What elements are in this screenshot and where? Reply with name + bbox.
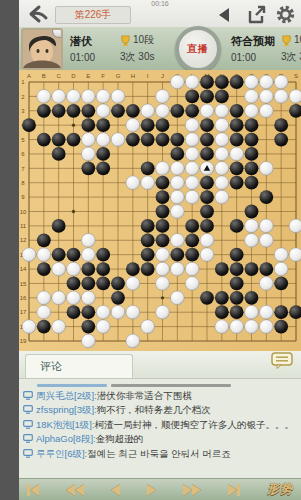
comment-list[interactable]: 周兴毛总[2级]:潜伏你非常适合下围棋zfsspring[3级]:狗不行，和特务…	[19, 379, 301, 478]
black-player-info: 符合预期 01:00	[231, 34, 279, 63]
white-stone-indicator	[52, 28, 63, 38]
live-badge[interactable]: 直播	[175, 26, 221, 72]
comment-user: 周兴毛总[2级]:	[36, 390, 97, 401]
svg-text:I: I	[147, 73, 149, 79]
svg-text:7: 7	[21, 166, 25, 172]
comment-text: 狗不行，和特务差几个档次	[97, 404, 211, 415]
black-player-rank: 10段	[281, 33, 301, 47]
svg-text:8: 8	[21, 180, 25, 186]
svg-text:5: 5	[21, 137, 25, 143]
white-player-name: 潜伏	[70, 34, 118, 49]
svg-text:C: C	[56, 73, 61, 79]
svg-text:F: F	[101, 73, 105, 79]
svg-text:12: 12	[20, 237, 27, 243]
go-board[interactable]: A1B2C3D4E5F6G7H8I9J10K11L12M13N14O15P16Q…	[19, 70, 301, 351]
svg-text:H: H	[131, 73, 135, 79]
comment-partial	[23, 381, 297, 387]
white-player-byoyomi: 3次 30s	[120, 50, 172, 64]
svg-text:G: G	[116, 73, 121, 79]
trophy-icon	[281, 35, 292, 46]
top-bar: 00:16 第226手	[19, 0, 301, 28]
white-player-clock: 01:00	[70, 52, 118, 63]
comment-user-icon	[23, 449, 33, 458]
comment-text: 절예는 최근 바둑을 안둬서 머르죠	[87, 448, 231, 459]
comment-user: zfsspring[3级]:	[36, 404, 97, 415]
black-player-rank-col: 10段 3次 30s	[281, 33, 301, 64]
svg-text:9: 9	[21, 194, 25, 200]
comment-user: AlphaGo[8段]:	[36, 433, 96, 444]
svg-text:14: 14	[20, 266, 27, 272]
comment-item: 18K泡泡[1级]:柯渣一局封神，顺便掏空了许多人的银子。。。	[23, 418, 297, 431]
comment-text: 柯渣一局封神，顺便掏空了许多人的银子。。。	[95, 419, 295, 430]
svg-text:E: E	[86, 73, 90, 79]
white-player-info: 潜伏 01:00	[70, 34, 118, 63]
fast-rewind-button[interactable]	[66, 482, 84, 498]
comment-user: 루루인[6级]:	[36, 448, 87, 459]
comment-item: 루루인[6级]:절예는 최근 바둑을 안둬서 머르죠	[23, 447, 297, 460]
comment-tab-bar: 评论	[19, 351, 301, 379]
skip-to-start-button[interactable]	[27, 482, 39, 498]
svg-text:15: 15	[20, 281, 27, 287]
next-move-button[interactable]	[147, 482, 156, 498]
svg-text:B: B	[42, 73, 46, 79]
fast-forward-button[interactable]	[183, 482, 201, 498]
trophy-icon	[120, 35, 131, 46]
previous-move-icon[interactable]	[217, 7, 231, 23]
comment-item: 周兴毛总[2级]:潜伏你非常适合下围棋	[23, 389, 297, 402]
player-bar: 潜伏 01:00 10段 3次 30s 直播 符合预期 01:00	[19, 27, 301, 70]
comment-user-icon	[23, 420, 33, 429]
comment-item: zfsspring[3级]:狗不行，和特务差几个档次	[23, 403, 297, 416]
comment-user-icon	[23, 391, 33, 400]
comment-item: AlphaGo[8段]:金狗超逊的	[23, 432, 297, 445]
chat-bubble-button[interactable]	[271, 352, 293, 373]
chat-bubble-icon	[271, 352, 293, 369]
svg-text:11: 11	[20, 223, 27, 229]
white-player-avatar[interactable]	[21, 28, 63, 70]
comment-user-icon	[23, 434, 33, 443]
black-player-name: 符合预期	[231, 34, 279, 49]
svg-text:17: 17	[20, 309, 27, 315]
svg-text:19: 19	[20, 338, 27, 344]
skip-to-end-button[interactable]	[228, 482, 240, 498]
black-player-byoyomi: 3次 30s	[281, 50, 301, 64]
svg-text:D: D	[71, 73, 76, 79]
situation-button[interactable]: 形势	[267, 481, 293, 498]
svg-text:J: J	[161, 73, 164, 79]
svg-text:1: 1	[21, 79, 25, 85]
svg-text:16: 16	[20, 295, 27, 301]
svg-text:3: 3	[21, 108, 25, 114]
move-number-display[interactable]: 第226手	[55, 6, 131, 24]
comment-text: 金狗超逊的	[96, 433, 144, 444]
svg-text:S: S	[294, 73, 298, 79]
svg-text:A: A	[27, 73, 31, 79]
black-player-rank-label: 10段	[294, 33, 301, 47]
previous-move-button[interactable]	[111, 482, 120, 498]
white-player-rank-label: 10段	[133, 33, 154, 47]
status-time: 00:16	[19, 0, 301, 8]
tab-comments[interactable]: 评论	[25, 354, 133, 378]
comment-panel: 评论 周兴毛总[2级]:潜伏你非常适合下围棋zfsspring[3级]:狗不行，…	[19, 351, 301, 478]
svg-text:10: 10	[20, 209, 27, 215]
comment-user-icon	[23, 405, 33, 414]
app-screen: 00:16 第226手	[19, 0, 301, 500]
black-player-group: 符合预期 01:00 10段 3次 30s	[224, 28, 301, 70]
white-player-rank: 10段	[120, 33, 172, 47]
svg-text:2: 2	[21, 94, 25, 100]
comment-partial-text	[111, 384, 231, 387]
playback-bar: 形势	[19, 478, 301, 500]
white-player-rank-col: 10段 3次 30s	[120, 33, 172, 64]
black-player-clock: 01:00	[231, 52, 279, 63]
comment-user: 18K泡泡[1级]:	[36, 419, 95, 430]
comment-partial-user	[37, 384, 107, 387]
comment-text: 潜伏你非常适合下围棋	[97, 390, 192, 401]
svg-text:6: 6	[21, 151, 25, 157]
